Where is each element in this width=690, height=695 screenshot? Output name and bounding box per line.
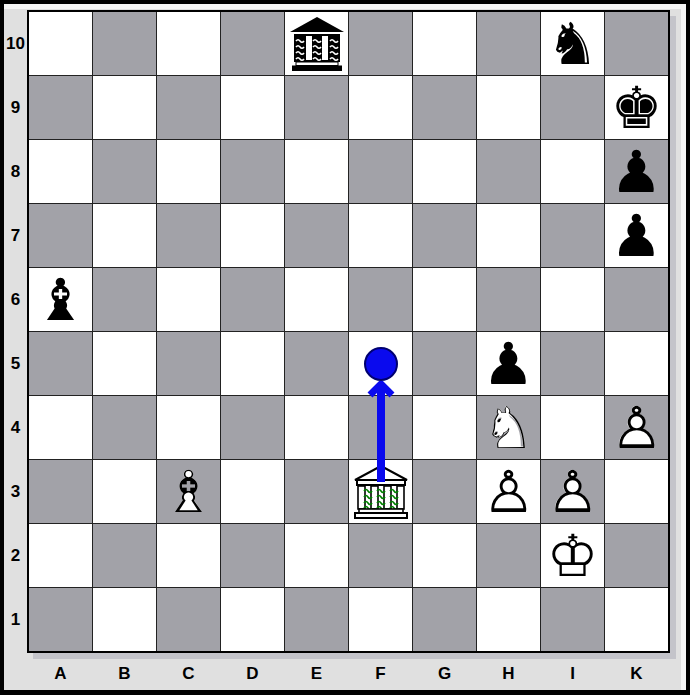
square-H3[interactable]: ♟♙	[477, 460, 540, 523]
square-B6[interactable]	[93, 268, 156, 331]
white-knight-piece[interactable]: ♘	[477, 396, 540, 459]
bevel-highlight-top	[4, 4, 686, 9]
square-G9[interactable]	[413, 76, 476, 139]
square-E7[interactable]	[285, 204, 348, 267]
file-label-C: C	[157, 660, 220, 688]
rank-label-2: 2	[4, 524, 27, 587]
square-G7[interactable]	[413, 204, 476, 267]
file-label-E: E	[285, 660, 348, 688]
square-I4[interactable]	[541, 396, 604, 459]
file-label-G: G	[413, 660, 476, 688]
square-G10[interactable]	[413, 12, 476, 75]
square-I8[interactable]	[541, 140, 604, 203]
white-pawn-piece-fill: ♟	[541, 460, 604, 523]
square-D8[interactable]	[221, 140, 284, 203]
square-E1[interactable]	[285, 588, 348, 651]
square-E6[interactable]	[285, 268, 348, 331]
square-G6[interactable]	[413, 268, 476, 331]
square-F2[interactable]	[349, 524, 412, 587]
square-B9[interactable]	[93, 76, 156, 139]
white-king-piece-fill: ♚	[541, 524, 604, 587]
square-H5[interactable]: ♟	[477, 332, 540, 395]
square-E3[interactable]	[285, 460, 348, 523]
black-pawn-piece[interactable]: ♟	[605, 204, 668, 267]
black-pawn-piece[interactable]: ♟	[605, 140, 668, 203]
game-board: ♞♚♟♟♝♟♞♘♟♙♝♗♟♙♟♙♚♔	[27, 10, 670, 653]
black-temple-piece[interactable]	[285, 12, 348, 75]
square-A4[interactable]	[29, 396, 92, 459]
square-E2[interactable]	[285, 524, 348, 587]
square-A5[interactable]	[29, 332, 92, 395]
square-D1[interactable]	[221, 588, 284, 651]
square-D6[interactable]	[221, 268, 284, 331]
square-F8[interactable]	[349, 140, 412, 203]
square-I7[interactable]	[541, 204, 604, 267]
file-label-K: K	[605, 660, 668, 688]
square-I6[interactable]	[541, 268, 604, 331]
bevel-highlight-right	[681, 4, 686, 690]
square-G4[interactable]	[413, 396, 476, 459]
square-D2[interactable]	[221, 524, 284, 587]
rank-label-3: 3	[4, 460, 27, 523]
file-label-I: I	[541, 660, 604, 688]
square-I2[interactable]: ♚♔	[541, 524, 604, 587]
square-K9[interactable]: ♚	[605, 76, 668, 139]
square-A9[interactable]	[29, 76, 92, 139]
square-G5[interactable]	[413, 332, 476, 395]
square-B8[interactable]	[93, 140, 156, 203]
square-C6[interactable]	[157, 268, 220, 331]
square-B1[interactable]	[93, 588, 156, 651]
rank-label-6: 6	[4, 268, 27, 331]
rank-label-8: 8	[4, 140, 27, 203]
file-label-H: H	[477, 660, 540, 688]
square-H6[interactable]	[477, 268, 540, 331]
square-D4[interactable]	[221, 396, 284, 459]
square-I5[interactable]	[541, 332, 604, 395]
rank-label-1: 1	[4, 588, 27, 651]
black-bishop-piece[interactable]: ♝	[29, 268, 92, 331]
square-I3[interactable]: ♟♙	[541, 460, 604, 523]
square-F10[interactable]	[349, 12, 412, 75]
square-D9[interactable]	[221, 76, 284, 139]
square-C1[interactable]	[157, 588, 220, 651]
square-C3[interactable]: ♝♗	[157, 460, 220, 523]
rank-label-10: 10	[4, 12, 27, 75]
square-A1[interactable]	[29, 588, 92, 651]
file-label-F: F	[349, 660, 412, 688]
square-K1[interactable]	[605, 588, 668, 651]
square-B5[interactable]	[93, 332, 156, 395]
square-F5[interactable]	[349, 332, 412, 395]
square-A8[interactable]	[29, 140, 92, 203]
white-knight-piece-fill: ♞	[477, 396, 540, 459]
square-H1[interactable]	[477, 588, 540, 651]
rank-label-7: 7	[4, 204, 27, 267]
square-A3[interactable]	[29, 460, 92, 523]
square-B7[interactable]	[93, 204, 156, 267]
square-H9[interactable]	[477, 76, 540, 139]
square-F7[interactable]	[349, 204, 412, 267]
square-K2[interactable]	[605, 524, 668, 587]
square-E5[interactable]	[285, 332, 348, 395]
square-A10[interactable]	[29, 12, 92, 75]
square-G1[interactable]	[413, 588, 476, 651]
square-C7[interactable]	[157, 204, 220, 267]
square-I10[interactable]: ♞	[541, 12, 604, 75]
square-C5[interactable]	[157, 332, 220, 395]
square-K3[interactable]	[605, 460, 668, 523]
white-temple-piece[interactable]	[349, 460, 412, 523]
white-bishop-piece[interactable]: ♗	[157, 460, 220, 523]
square-F4[interactable]	[349, 396, 412, 459]
game-window: 10987654321 ♞♚♟♟♝♟♞♘♟♙♝♗♟♙♟♙♚♔ ABCDEFGHI…	[0, 0, 690, 695]
square-E10[interactable]	[285, 12, 348, 75]
square-C9[interactable]	[157, 76, 220, 139]
rank-label-9: 9	[4, 76, 27, 139]
square-H10[interactable]	[477, 12, 540, 75]
square-I1[interactable]	[541, 588, 604, 651]
square-K10[interactable]	[605, 12, 668, 75]
square-I9[interactable]	[541, 76, 604, 139]
square-F9[interactable]	[349, 76, 412, 139]
square-A7[interactable]	[29, 204, 92, 267]
square-G2[interactable]	[413, 524, 476, 587]
square-E8[interactable]	[285, 140, 348, 203]
square-F3[interactable]	[349, 460, 412, 523]
file-label-B: B	[93, 660, 156, 688]
square-E4[interactable]	[285, 396, 348, 459]
square-K8[interactable]: ♟	[605, 140, 668, 203]
white-pawn-piece[interactable]: ♙	[605, 396, 668, 459]
file-label-A: A	[29, 660, 92, 688]
board-frame: 10987654321 ♞♚♟♟♝♟♞♘♟♙♝♗♟♙♟♙♚♔ ABCDEFGHI…	[4, 4, 686, 690]
white-pawn-piece[interactable]: ♙	[477, 460, 540, 523]
square-D10[interactable]	[221, 12, 284, 75]
square-G8[interactable]	[413, 140, 476, 203]
square-D7[interactable]	[221, 204, 284, 267]
white-pawn-piece[interactable]: ♙	[541, 460, 604, 523]
square-G3[interactable]	[413, 460, 476, 523]
square-H8[interactable]	[477, 140, 540, 203]
square-H7[interactable]	[477, 204, 540, 267]
square-A6[interactable]: ♝	[29, 268, 92, 331]
square-D3[interactable]	[221, 460, 284, 523]
square-C2[interactable]	[157, 524, 220, 587]
square-F6[interactable]	[349, 268, 412, 331]
square-K6[interactable]	[605, 268, 668, 331]
square-C4[interactable]	[157, 396, 220, 459]
square-H4[interactable]: ♞♘	[477, 396, 540, 459]
rank-label-5: 5	[4, 332, 27, 395]
black-king-piece[interactable]: ♚	[605, 76, 668, 139]
rank-labels: 10987654321	[4, 12, 27, 652]
square-K7[interactable]: ♟	[605, 204, 668, 267]
square-B4[interactable]	[93, 396, 156, 459]
square-F1[interactable]	[349, 588, 412, 651]
white-pawn-piece-fill: ♟	[605, 396, 668, 459]
black-knight-piece[interactable]: ♞	[541, 12, 604, 75]
square-B3[interactable]	[93, 460, 156, 523]
white-king-piece[interactable]: ♔	[541, 524, 604, 587]
black-pawn-piece[interactable]: ♟	[477, 332, 540, 395]
rank-label-4: 4	[4, 396, 27, 459]
square-E9[interactable]	[285, 76, 348, 139]
square-B10[interactable]	[93, 12, 156, 75]
file-label-D: D	[221, 660, 284, 688]
square-K5[interactable]	[605, 332, 668, 395]
square-H2[interactable]	[477, 524, 540, 587]
square-C8[interactable]	[157, 140, 220, 203]
file-labels: ABCDEFGHIK	[29, 660, 669, 688]
white-pawn-piece-fill: ♟	[477, 460, 540, 523]
square-A2[interactable]	[29, 524, 92, 587]
square-K4[interactable]: ♟♙	[605, 396, 668, 459]
white-bishop-piece-fill: ♝	[157, 460, 220, 523]
square-C10[interactable]	[157, 12, 220, 75]
square-B2[interactable]	[93, 524, 156, 587]
square-D5[interactable]	[221, 332, 284, 395]
